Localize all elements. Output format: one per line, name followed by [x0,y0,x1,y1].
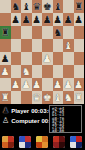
square-a3[interactable]: ♟ [0,65,11,78]
square-g2[interactable]: ♟ [63,78,74,91]
square-f2[interactable]: ♟ [53,78,64,91]
piece-black-rook: ♜ [74,0,83,13]
icon-quadrant [25,142,31,148]
icon-quadrant [8,142,14,148]
piece-white-pawn: ♟ [43,52,52,65]
square-d1[interactable]: ♛ [32,91,43,104]
toolbar [0,134,84,150]
square-h2[interactable]: ♟ [74,78,85,91]
square-c4[interactable] [21,52,32,65]
piece-white-pawn: ♟ [74,78,83,91]
square-b7[interactable]: ♟ [11,13,22,26]
piece-white-rook: ♜ [74,91,83,104]
square-c5[interactable] [21,39,32,52]
square-g8[interactable] [63,0,74,13]
square-d3[interactable] [32,65,43,78]
square-f3[interactable] [53,65,64,78]
player-name: Player [11,108,29,114]
piece-white-knight: ♞ [64,91,73,104]
piece-black-knight: ♞ [11,0,20,13]
toolbar-button-1[interactable] [2,136,14,148]
square-e7[interactable]: ♟ [42,13,53,26]
player-row-black: ♟ Player 00:03:05 [2,106,55,116]
piece-white-king: ♚ [43,91,52,104]
square-d5[interactable] [32,39,43,52]
piece-white-pawn: ♟ [22,78,31,91]
square-a5[interactable] [0,39,11,52]
piece-black-bishop: ♝ [53,0,62,13]
piece-black-pawn: ♟ [53,13,62,26]
square-e5[interactable] [42,39,53,52]
square-g7[interactable]: ♟ [63,13,74,26]
icon-quadrant [76,142,82,148]
piece-black-pawn: ♟ [11,13,20,26]
piece-white-pawn: ♟ [64,78,73,91]
piece-black-knight: ♞ [53,26,62,39]
square-h8[interactable]: ♜ [74,0,85,13]
square-d4[interactable] [32,52,43,65]
square-a1[interactable]: ♜ [0,91,11,104]
square-a7[interactable] [0,13,11,26]
piece-black-pawn: ♟ [43,13,52,26]
square-h1[interactable]: ♜ [74,91,85,104]
piece-black-king: ♚ [43,0,52,13]
piece-black-pawn: ♟ [64,13,73,26]
piece-white-knight: ♞ [22,65,31,78]
square-f6[interactable]: ♞ [53,26,64,39]
square-e8[interactable]: ♚ [42,0,53,13]
move-entry: a8-a6 [52,129,81,132]
square-h4[interactable] [74,52,85,65]
square-g1[interactable]: ♞ [63,91,74,104]
piece-white-pawn: ♟ [11,78,20,91]
piece-black-pawn: ♟ [1,52,10,65]
move-list[interactable]: e2-e4a7-a5b1-c3g8-f6a2-a3a5-a4c1-g5a8-a6 [49,105,82,133]
piece-black-pawn: ♟ [74,13,83,26]
square-f1[interactable]: ♝ [53,91,64,104]
square-b3[interactable] [11,65,22,78]
square-c2[interactable]: ♟ [21,78,32,91]
square-f8[interactable]: ♝ [53,0,64,13]
square-e3[interactable] [42,65,53,78]
chess-app: ♞♝♛♚♝♜♟♟♟♟♟♟♟♜♞♝♟♟♟♞♟♟♟♟♟♟♜♛♚♝♞♜ ♟ Playe… [0,0,84,150]
square-d7[interactable]: ♟ [32,13,43,26]
square-f4[interactable] [53,52,64,65]
piece-white-queen: ♛ [32,91,41,104]
square-e1[interactable]: ♚ [42,91,53,104]
square-e6[interactable] [42,26,53,39]
square-f5[interactable] [53,39,64,52]
toolbar-button-4[interactable] [53,136,65,148]
square-a2[interactable] [0,78,11,91]
piece-white-rook: ♜ [1,91,10,104]
square-g6[interactable] [63,26,74,39]
square-b1[interactable] [11,91,22,104]
square-h5[interactable] [74,39,85,52]
piece-white-bishop: ♝ [64,39,73,52]
icon-quadrant [42,142,48,148]
piece-white-pawn: ♟ [53,78,62,91]
square-b2[interactable]: ♟ [11,78,22,91]
piece-white-bishop: ♝ [53,91,62,104]
square-e2[interactable] [42,78,53,91]
square-d2[interactable]: ♟ [32,78,43,91]
computer-name: Computer [11,118,39,124]
toolbar-button-3[interactable] [36,136,48,148]
square-e4[interactable]: ♟ [42,52,53,65]
piece-white-pawn: ♟ [32,78,41,91]
black-pawn-icon: ♟ [2,106,9,116]
icon-quadrant [59,142,65,148]
square-a4[interactable]: ♟ [0,52,11,65]
square-c7[interactable]: ♟ [21,13,32,26]
square-c8[interactable]: ♝ [21,0,32,13]
bottom-panel: ♟ Player 00:03:05 ♙ Computer 00:00:01 e2… [0,104,84,150]
square-c1[interactable] [21,91,32,104]
piece-black-pawn: ♟ [22,13,31,26]
square-c6[interactable] [21,26,32,39]
square-g5[interactable]: ♝ [63,39,74,52]
piece-white-pawn: ♟ [1,65,10,78]
square-a8[interactable] [0,0,11,13]
square-a6[interactable]: ♜ [0,26,11,39]
square-b6[interactable] [11,26,22,39]
square-h6[interactable] [74,26,85,39]
square-g4[interactable] [63,52,74,65]
piece-black-rook: ♜ [1,26,10,39]
square-d8[interactable]: ♛ [32,0,43,13]
square-b5[interactable] [11,39,22,52]
white-pawn-icon: ♙ [2,116,9,126]
square-h7[interactable]: ♟ [74,13,85,26]
piece-black-queen: ♛ [32,0,41,13]
square-b8[interactable]: ♞ [11,0,22,13]
square-d6[interactable] [32,26,43,39]
toolbar-button-2[interactable] [19,136,31,148]
chess-board: ♞♝♛♚♝♜♟♟♟♟♟♟♟♜♞♝♟♟♟♞♟♟♟♟♟♟♜♛♚♝♞♜ [0,0,84,104]
square-g3[interactable] [63,65,74,78]
square-c3[interactable]: ♞ [21,65,32,78]
square-f7[interactable]: ♟ [53,13,64,26]
piece-black-pawn: ♟ [32,13,41,26]
piece-black-bishop: ♝ [22,0,31,13]
toolbar-button-5[interactable] [70,136,82,148]
square-h3[interactable] [74,65,85,78]
square-b4[interactable] [11,52,22,65]
